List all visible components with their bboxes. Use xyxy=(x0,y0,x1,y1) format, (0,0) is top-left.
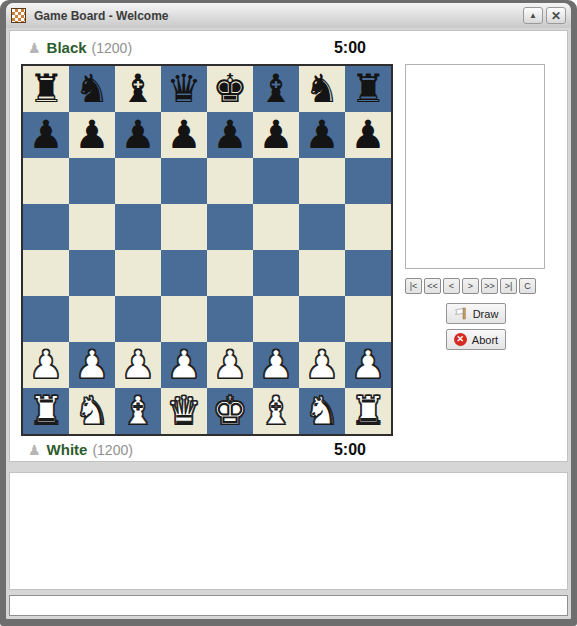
white-rook-piece: ♜ xyxy=(29,388,64,434)
black-knight-piece: ♞ xyxy=(75,66,110,112)
minimize-button[interactable]: ▲ xyxy=(523,7,543,24)
square-b6[interactable] xyxy=(69,158,115,204)
nav-current-button[interactable]: C xyxy=(519,278,536,294)
black-pawn-piece: ♟ xyxy=(121,112,156,158)
square-a1[interactable]: ♜ xyxy=(23,388,69,434)
white-flag-icon xyxy=(454,307,468,320)
square-e3[interactable] xyxy=(207,296,253,342)
square-g3[interactable] xyxy=(299,296,345,342)
square-c1[interactable]: ♝ xyxy=(115,388,161,434)
square-e4[interactable] xyxy=(207,250,253,296)
square-e7[interactable]: ♟ xyxy=(207,112,253,158)
black-pawn-piece: ♟ xyxy=(351,112,386,158)
white-pawn-piece: ♟ xyxy=(75,342,110,388)
checkerboard-app-icon xyxy=(11,8,26,23)
square-h5[interactable] xyxy=(345,204,391,250)
square-b7[interactable]: ♟ xyxy=(69,112,115,158)
white-knight-piece: ♞ xyxy=(75,388,110,434)
move-list[interactable] xyxy=(405,64,545,269)
square-a2[interactable]: ♟ xyxy=(23,342,69,388)
white-pawn-piece: ♟ xyxy=(351,342,386,388)
square-f4[interactable] xyxy=(253,250,299,296)
square-a5[interactable] xyxy=(23,204,69,250)
square-d4[interactable] xyxy=(161,250,207,296)
square-g6[interactable] xyxy=(299,158,345,204)
white-knight-piece: ♞ xyxy=(305,388,340,434)
white-pawn-piece: ♟ xyxy=(305,342,340,388)
minimize-icon: ▲ xyxy=(529,12,537,20)
square-b3[interactable] xyxy=(69,296,115,342)
abort-button[interactable]: ✕ Abort xyxy=(446,329,506,350)
square-h6[interactable] xyxy=(345,158,391,204)
square-e1[interactable]: ♚ xyxy=(207,388,253,434)
square-g5[interactable] xyxy=(299,204,345,250)
white-pawn-piece: ♟ xyxy=(29,342,64,388)
chat-input[interactable] xyxy=(9,595,568,616)
black-knight-piece: ♞ xyxy=(305,66,340,112)
black-bishop-piece: ♝ xyxy=(259,66,294,112)
white-pawn-piece: ♟ xyxy=(259,342,294,388)
nav-first-button[interactable]: |< xyxy=(405,278,422,294)
square-g7[interactable]: ♟ xyxy=(299,112,345,158)
square-d8[interactable]: ♛ xyxy=(161,66,207,112)
white-rook-piece: ♜ xyxy=(351,388,386,434)
square-f8[interactable]: ♝ xyxy=(253,66,299,112)
square-a8[interactable]: ♜ xyxy=(23,66,69,112)
square-f1[interactable]: ♝ xyxy=(253,388,299,434)
nav-fast-forward-button[interactable]: >> xyxy=(481,278,498,294)
white-bishop-piece: ♝ xyxy=(121,388,156,434)
white-queen-piece: ♛ xyxy=(167,388,202,434)
square-e5[interactable] xyxy=(207,204,253,250)
black-rook-piece: ♜ xyxy=(29,66,64,112)
game-board-window: Game Board - Welcome ▲ ✕ ♟ Black (1200) … xyxy=(0,0,577,626)
square-d2[interactable]: ♟ xyxy=(161,342,207,388)
black-pawn-piece: ♟ xyxy=(167,112,202,158)
abort-button-label: Abort xyxy=(472,334,498,346)
square-a6[interactable] xyxy=(23,158,69,204)
square-f3[interactable] xyxy=(253,296,299,342)
square-f2[interactable]: ♟ xyxy=(253,342,299,388)
square-g8[interactable]: ♞ xyxy=(299,66,345,112)
square-a7[interactable]: ♟ xyxy=(23,112,69,158)
game-panel: ♟ Black (1200) 5:00 ♜♞♝♛♚♝♞♜♟♟♟♟♟♟♟♟♟♟♟♟… xyxy=(9,30,568,462)
draw-button[interactable]: Draw xyxy=(446,303,506,324)
nav-forward-button[interactable]: > xyxy=(462,278,479,294)
square-b5[interactable] xyxy=(69,204,115,250)
side-column: |< << < > >> >| C Draw ✕ xyxy=(405,31,550,461)
board-column: ♟ Black (1200) 5:00 ♜♞♝♛♚♝♞♜♟♟♟♟♟♟♟♟♟♟♟♟… xyxy=(21,31,393,461)
white-king-piece: ♚ xyxy=(213,388,248,434)
chat-message-area[interactable] xyxy=(9,472,568,590)
red-x-icon: ✕ xyxy=(454,333,467,346)
square-b8[interactable]: ♞ xyxy=(69,66,115,112)
nav-last-button[interactable]: >| xyxy=(500,278,517,294)
white-player-row: ♟ White (1200) 5:00 xyxy=(21,436,393,463)
draw-button-label: Draw xyxy=(473,308,499,320)
square-h4[interactable] xyxy=(345,250,391,296)
square-f7[interactable]: ♟ xyxy=(253,112,299,158)
black-player-name: Black xyxy=(47,39,87,56)
black-pawn-piece: ♟ xyxy=(305,112,340,158)
nav-back-button[interactable]: < xyxy=(443,278,460,294)
square-e8[interactable]: ♚ xyxy=(207,66,253,112)
square-a3[interactable] xyxy=(23,296,69,342)
move-navigation: |< << < > >> >| C xyxy=(405,278,550,294)
black-bishop-piece: ♝ xyxy=(121,66,156,112)
nav-fast-back-button[interactable]: << xyxy=(424,278,441,294)
square-b1[interactable]: ♞ xyxy=(69,388,115,434)
square-b4[interactable] xyxy=(69,250,115,296)
black-player-rating: (1200) xyxy=(92,40,132,56)
white-player-rating: (1200) xyxy=(92,442,132,458)
black-pawn-piece: ♟ xyxy=(213,112,248,158)
square-h8[interactable]: ♜ xyxy=(345,66,391,112)
white-bishop-piece: ♝ xyxy=(259,388,294,434)
chess-board: ♜♞♝♛♚♝♞♜♟♟♟♟♟♟♟♟♟♟♟♟♟♟♟♟♜♞♝♛♚♝♞♜ xyxy=(21,64,393,436)
square-c5[interactable] xyxy=(115,204,161,250)
white-pawn-piece: ♟ xyxy=(121,342,156,388)
window-title: Game Board - Welcome xyxy=(34,9,168,23)
square-b2[interactable]: ♟ xyxy=(69,342,115,388)
square-g4[interactable] xyxy=(299,250,345,296)
square-a4[interactable] xyxy=(23,250,69,296)
window-body: Game Board - Welcome ▲ ✕ ♟ Black (1200) … xyxy=(6,3,571,619)
square-h2[interactable]: ♟ xyxy=(345,342,391,388)
close-icon: ✕ xyxy=(551,10,561,22)
square-d1[interactable]: ♛ xyxy=(161,388,207,434)
square-f5[interactable] xyxy=(253,204,299,250)
close-button[interactable]: ✕ xyxy=(546,7,566,24)
square-d5[interactable] xyxy=(161,204,207,250)
square-e2[interactable]: ♟ xyxy=(207,342,253,388)
square-c8[interactable]: ♝ xyxy=(115,66,161,112)
black-king-piece: ♚ xyxy=(213,66,248,112)
white-player-name: White xyxy=(47,441,88,458)
square-f6[interactable] xyxy=(253,158,299,204)
black-pawn-piece: ♟ xyxy=(29,112,64,158)
titlebar[interactable]: Game Board - Welcome ▲ ✕ xyxy=(6,3,571,28)
square-h1[interactable]: ♜ xyxy=(345,388,391,434)
white-pawn-piece: ♟ xyxy=(167,342,202,388)
black-rook-piece: ♜ xyxy=(351,66,386,112)
white-pawn-piece: ♟ xyxy=(213,342,248,388)
square-d3[interactable] xyxy=(161,296,207,342)
square-c4[interactable] xyxy=(115,250,161,296)
black-player-clock: 5:00 xyxy=(334,39,366,57)
pawn-icon: ♟ xyxy=(28,443,41,457)
black-pawn-piece: ♟ xyxy=(75,112,110,158)
white-player-clock: 5:00 xyxy=(334,441,366,459)
square-g2[interactable]: ♟ xyxy=(299,342,345,388)
square-e6[interactable] xyxy=(207,158,253,204)
square-d7[interactable]: ♟ xyxy=(161,112,207,158)
square-g1[interactable]: ♞ xyxy=(299,388,345,434)
pawn-icon: ♟ xyxy=(28,41,41,55)
square-h3[interactable] xyxy=(345,296,391,342)
square-d6[interactable] xyxy=(161,158,207,204)
black-player-row: ♟ Black (1200) 5:00 xyxy=(21,31,393,64)
black-pawn-piece: ♟ xyxy=(259,112,294,158)
black-queen-piece: ♛ xyxy=(167,66,202,112)
square-c2[interactable]: ♟ xyxy=(115,342,161,388)
square-c6[interactable] xyxy=(115,158,161,204)
square-c3[interactable] xyxy=(115,296,161,342)
square-c7[interactable]: ♟ xyxy=(115,112,161,158)
square-h7[interactable]: ♟ xyxy=(345,112,391,158)
